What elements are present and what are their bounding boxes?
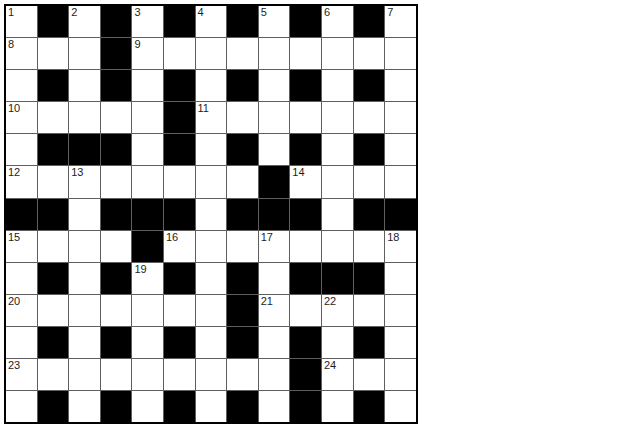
white-cell-r4c4[interactable]: [132, 134, 163, 165]
black-cell-r8c7: [227, 263, 258, 294]
black-cell-r8c10: [322, 263, 353, 294]
white-cell-r5c5[interactable]: [164, 166, 195, 197]
black-cell-r8c1: [38, 263, 69, 294]
black-cell-r8c9: [290, 263, 321, 294]
white-cell-r3c8[interactable]: [259, 102, 290, 133]
white-cell-r3c2[interactable]: [69, 102, 100, 133]
black-cell-r4c11: [354, 134, 385, 165]
white-cell-r3c3[interactable]: [101, 102, 132, 133]
black-cell-r9c7: [227, 295, 258, 326]
clue-number-3: 3: [134, 7, 140, 18]
clue-number-19: 19: [134, 264, 146, 275]
white-cell-r8c6[interactable]: [196, 263, 227, 294]
white-cell-r2c2[interactable]: [69, 70, 100, 101]
white-cell-r10c2[interactable]: [69, 327, 100, 358]
white-cell-r7c0[interactable]: 15: [6, 231, 37, 262]
white-cell-r12c12[interactable]: [385, 391, 416, 422]
clue-number-7: 7: [387, 7, 393, 18]
clue-number-23: 23: [8, 360, 20, 371]
black-cell-r10c7: [227, 327, 258, 358]
white-cell-r12c8[interactable]: [259, 391, 290, 422]
white-cell-r11c8[interactable]: [259, 359, 290, 390]
white-cell-r3c12[interactable]: [385, 102, 416, 133]
white-cell-r10c8[interactable]: [259, 327, 290, 358]
white-cell-r9c5[interactable]: [164, 295, 195, 326]
clue-number-10: 10: [8, 103, 20, 114]
crossword-grid: 123456789101112131415161718192021222324: [4, 4, 418, 424]
white-cell-r7c12[interactable]: 18: [385, 231, 416, 262]
white-cell-r12c6[interactable]: [196, 391, 227, 422]
white-cell-r5c6[interactable]: [196, 166, 227, 197]
black-cell-r0c9: [290, 6, 321, 37]
black-cell-r10c11: [354, 327, 385, 358]
white-cell-r3c11[interactable]: [354, 102, 385, 133]
white-cell-r11c11[interactable]: [354, 359, 385, 390]
white-cell-r5c12[interactable]: [385, 166, 416, 197]
white-cell-r6c6[interactable]: [196, 199, 227, 230]
clue-number-22: 22: [324, 296, 336, 307]
white-cell-r9c8[interactable]: 21: [259, 295, 290, 326]
white-cell-r6c10[interactable]: [322, 199, 353, 230]
clue-number-1: 1: [8, 7, 14, 18]
black-cell-r0c3: [101, 6, 132, 37]
white-cell-r11c2[interactable]: [69, 359, 100, 390]
black-cell-r12c1: [38, 391, 69, 422]
black-cell-r12c7: [227, 391, 258, 422]
black-cell-r6c4: [132, 199, 163, 230]
white-cell-r10c0[interactable]: [6, 327, 37, 358]
black-cell-r2c7: [227, 70, 258, 101]
white-cell-r11c6[interactable]: [196, 359, 227, 390]
white-cell-r2c8[interactable]: [259, 70, 290, 101]
black-cell-r6c0: [6, 199, 37, 230]
white-cell-r7c3[interactable]: [101, 231, 132, 262]
white-cell-r1c11[interactable]: [354, 38, 385, 69]
white-cell-r11c12[interactable]: [385, 359, 416, 390]
black-cell-r5c8: [259, 166, 290, 197]
white-cell-r7c5[interactable]: 16: [164, 231, 195, 262]
white-cell-r12c0[interactable]: [6, 391, 37, 422]
black-cell-r10c9: [290, 327, 321, 358]
white-cell-r0c2[interactable]: 2: [69, 6, 100, 37]
clue-number-18: 18: [387, 232, 399, 243]
white-cell-r8c0[interactable]: [6, 263, 37, 294]
black-cell-r2c3: [101, 70, 132, 101]
black-cell-r8c5: [164, 263, 195, 294]
white-cell-r9c9[interactable]: [290, 295, 321, 326]
black-cell-r6c1: [38, 199, 69, 230]
black-cell-r8c3: [101, 263, 132, 294]
white-cell-r5c11[interactable]: [354, 166, 385, 197]
white-cell-r2c4[interactable]: [132, 70, 163, 101]
clue-number-16: 16: [166, 232, 178, 243]
white-cell-r8c8[interactable]: [259, 263, 290, 294]
black-cell-r1c3: [101, 38, 132, 69]
white-cell-r5c1[interactable]: [38, 166, 69, 197]
clue-number-11: 11: [198, 103, 209, 114]
white-cell-r5c10[interactable]: [322, 166, 353, 197]
white-cell-r2c6[interactable]: [196, 70, 227, 101]
black-cell-r10c5: [164, 327, 195, 358]
white-cell-r12c10[interactable]: [322, 391, 353, 422]
black-cell-r2c9: [290, 70, 321, 101]
white-cell-r10c4[interactable]: [132, 327, 163, 358]
white-cell-r7c1[interactable]: [38, 231, 69, 262]
black-cell-r2c11: [354, 70, 385, 101]
black-cell-r4c5: [164, 134, 195, 165]
white-cell-r0c12[interactable]: 7: [385, 6, 416, 37]
clue-number-15: 15: [8, 232, 20, 243]
white-cell-r8c2[interactable]: [69, 263, 100, 294]
white-cell-r9c2[interactable]: [69, 295, 100, 326]
black-cell-r0c5: [164, 6, 195, 37]
white-cell-r11c10[interactable]: 24: [322, 359, 353, 390]
white-cell-r9c11[interactable]: [354, 295, 385, 326]
black-cell-r10c1: [38, 327, 69, 358]
clue-number-2: 2: [71, 7, 77, 18]
white-cell-r7c9[interactable]: [290, 231, 321, 262]
white-cell-r11c5[interactable]: [164, 359, 195, 390]
clue-number-24: 24: [324, 360, 336, 371]
black-cell-r0c1: [38, 6, 69, 37]
white-cell-r2c12[interactable]: [385, 70, 416, 101]
white-cell-r9c4[interactable]: [132, 295, 163, 326]
white-cell-r1c2[interactable]: [69, 38, 100, 69]
white-cell-r9c0[interactable]: 20: [6, 295, 37, 326]
white-cell-r11c4[interactable]: [132, 359, 163, 390]
clue-number-13: 13: [71, 167, 83, 178]
white-cell-r3c10[interactable]: [322, 102, 353, 133]
white-cell-r4c8[interactable]: [259, 134, 290, 165]
black-cell-r4c9: [290, 134, 321, 165]
black-cell-r12c5: [164, 391, 195, 422]
white-cell-r1c5[interactable]: [164, 38, 195, 69]
white-cell-r5c2[interactable]: 13: [69, 166, 100, 197]
white-cell-r11c3[interactable]: [101, 359, 132, 390]
white-cell-r4c10[interactable]: [322, 134, 353, 165]
black-cell-r6c12: [385, 199, 416, 230]
black-cell-r2c5: [164, 70, 195, 101]
clue-number-8: 8: [8, 39, 14, 50]
white-cell-r3c9[interactable]: [290, 102, 321, 133]
black-cell-r10c3: [101, 327, 132, 358]
white-cell-r9c3[interactable]: [101, 295, 132, 326]
white-cell-r5c4[interactable]: [132, 166, 163, 197]
black-cell-r8c11: [354, 263, 385, 294]
black-cell-r6c8: [259, 199, 290, 230]
white-cell-r0c0[interactable]: 1: [6, 6, 37, 37]
clue-number-5: 5: [261, 7, 267, 18]
white-cell-r0c4[interactable]: 3: [132, 6, 163, 37]
white-cell-r8c4[interactable]: 19: [132, 263, 163, 294]
white-cell-r11c0[interactable]: 23: [6, 359, 37, 390]
white-cell-r2c0[interactable]: [6, 70, 37, 101]
black-cell-r7c4: [132, 231, 163, 262]
white-cell-r11c7[interactable]: [227, 359, 258, 390]
white-cell-r7c11[interactable]: [354, 231, 385, 262]
black-cell-r12c9: [290, 391, 321, 422]
white-cell-r7c2[interactable]: [69, 231, 100, 262]
white-cell-r1c8[interactable]: [259, 38, 290, 69]
white-cell-r5c7[interactable]: [227, 166, 258, 197]
white-cell-r1c7[interactable]: [227, 38, 258, 69]
black-cell-r11c9: [290, 359, 321, 390]
white-cell-r5c9[interactable]: 14: [290, 166, 321, 197]
white-cell-r3c4[interactable]: [132, 102, 163, 133]
white-cell-r8c12[interactable]: [385, 263, 416, 294]
white-cell-r3c7[interactable]: [227, 102, 258, 133]
clue-number-17: 17: [261, 232, 273, 243]
white-cell-r1c0[interactable]: 8: [6, 38, 37, 69]
white-cell-r2c10[interactable]: [322, 70, 353, 101]
white-cell-r5c3[interactable]: [101, 166, 132, 197]
white-cell-r5c0[interactable]: 12: [6, 166, 37, 197]
white-cell-r12c2[interactable]: [69, 391, 100, 422]
white-cell-r7c10[interactable]: [322, 231, 353, 262]
white-cell-r6c2[interactable]: [69, 199, 100, 230]
white-cell-r4c6[interactable]: [196, 134, 227, 165]
clue-number-6: 6: [324, 7, 330, 18]
white-cell-r9c6[interactable]: [196, 295, 227, 326]
white-cell-r3c0[interactable]: 10: [6, 102, 37, 133]
white-cell-r11c1[interactable]: [38, 359, 69, 390]
clue-number-9: 9: [134, 39, 140, 50]
white-cell-r12c4[interactable]: [132, 391, 163, 422]
black-cell-r6c9: [290, 199, 321, 230]
clue-number-14: 14: [292, 167, 304, 178]
white-cell-r1c6[interactable]: [196, 38, 227, 69]
clue-number-20: 20: [8, 296, 20, 307]
black-cell-r6c3: [101, 199, 132, 230]
clue-number-12: 12: [8, 167, 20, 178]
white-cell-r9c1[interactable]: [38, 295, 69, 326]
black-cell-r12c11: [354, 391, 385, 422]
white-cell-r1c4[interactable]: 9: [132, 38, 163, 69]
white-cell-r1c10[interactable]: [322, 38, 353, 69]
white-cell-r4c0[interactable]: [6, 134, 37, 165]
black-cell-r6c11: [354, 199, 385, 230]
white-cell-r0c6[interactable]: 4: [196, 6, 227, 37]
black-cell-r6c5: [164, 199, 195, 230]
white-cell-r0c8[interactable]: 5: [259, 6, 290, 37]
black-cell-r4c1: [38, 134, 69, 165]
white-cell-r7c7[interactable]: [227, 231, 258, 262]
white-cell-r9c10[interactable]: 22: [322, 295, 353, 326]
white-cell-r0c10[interactable]: 6: [322, 6, 353, 37]
white-cell-r1c9[interactable]: [290, 38, 321, 69]
white-cell-r7c8[interactable]: 17: [259, 231, 290, 262]
white-cell-r4c12[interactable]: [385, 134, 416, 165]
black-cell-r6c7: [227, 199, 258, 230]
crossword-page: 123456789101112131415161718192021222324: [0, 0, 640, 425]
white-cell-r3c6[interactable]: 11: [196, 102, 227, 133]
black-cell-r12c3: [101, 391, 132, 422]
white-cell-r10c12[interactable]: [385, 327, 416, 358]
black-cell-r4c2: [69, 134, 100, 165]
white-cell-r1c12[interactable]: [385, 38, 416, 69]
clue-number-4: 4: [198, 7, 204, 18]
black-cell-r2c1: [38, 70, 69, 101]
white-cell-r10c6[interactable]: [196, 327, 227, 358]
white-cell-r3c1[interactable]: [38, 102, 69, 133]
black-cell-r0c11: [354, 6, 385, 37]
white-cell-r7c6[interactable]: [196, 231, 227, 262]
white-cell-r1c1[interactable]: [38, 38, 69, 69]
black-cell-r0c7: [227, 6, 258, 37]
black-cell-r4c7: [227, 134, 258, 165]
clue-number-21: 21: [261, 296, 273, 307]
black-cell-r4c3: [101, 134, 132, 165]
black-cell-r3c5: [164, 102, 195, 133]
white-cell-r9c12[interactable]: [385, 295, 416, 326]
white-cell-r10c10[interactable]: [322, 327, 353, 358]
